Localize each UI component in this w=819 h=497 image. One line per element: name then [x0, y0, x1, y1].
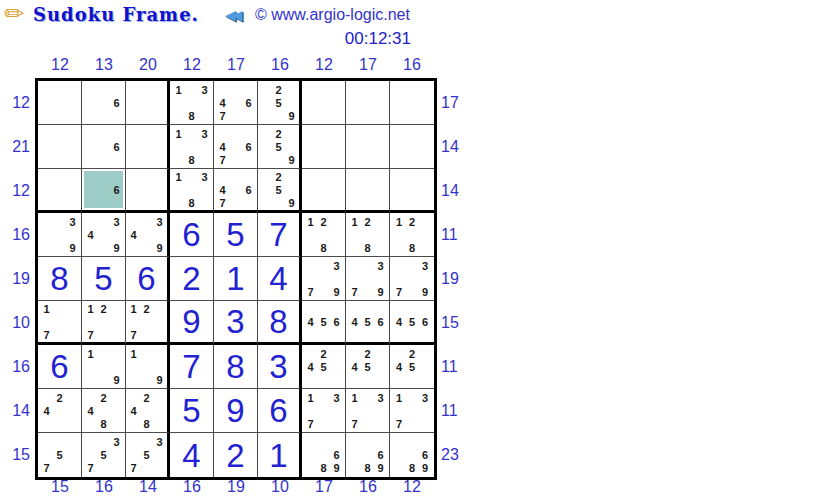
cell-r8c8[interactable]: 137: [346, 389, 390, 433]
candidate-digit: 1: [393, 391, 406, 404]
clue-left-2: 21: [4, 125, 30, 169]
candidate-grid: 138: [172, 127, 211, 166]
candidate-digit: 1: [172, 83, 185, 96]
copyright-link[interactable]: © www.argio-logic.net: [255, 6, 410, 24]
candidate-digit: 6: [242, 183, 255, 196]
candidate-digit: 4: [84, 404, 97, 417]
solved-digit: 9: [226, 394, 244, 427]
cell-r2c8[interactable]: [346, 125, 390, 169]
clue-top-7: 12: [302, 56, 346, 74]
solved-digit: 2: [226, 439, 244, 472]
solved-digit: 8: [226, 350, 244, 383]
clue-bottom-5: 19: [214, 478, 258, 496]
candidate-digit: 5: [317, 360, 330, 373]
candidate-digit: 9: [153, 241, 166, 254]
cell-r2c2[interactable]: 6: [82, 125, 126, 169]
candidate-digit: 2: [317, 215, 330, 228]
candidate-digit: 1: [304, 391, 317, 404]
app-title: Sudoku Frame.: [33, 4, 199, 25]
candidate-digit: 4: [304, 360, 317, 373]
candidate-digit: 5: [272, 183, 285, 196]
clue-right-3: 14: [441, 169, 467, 213]
candidate-digit: 1: [127, 302, 140, 315]
candidate-digit: 7: [216, 196, 229, 209]
cell-r3c5[interactable]: 467: [214, 169, 258, 213]
cell-r1c1[interactable]: [38, 81, 82, 125]
cell-r8c5[interactable]: 9: [214, 389, 258, 433]
candidate-grid: 379: [348, 259, 387, 298]
cell-r1c4[interactable]: 138: [170, 81, 214, 125]
candidate-digit: 5: [406, 315, 419, 328]
solved-digit: 4: [182, 439, 200, 472]
candidate-digit: 1: [393, 215, 406, 228]
candidate-digit: 2: [140, 391, 153, 404]
solved-digit: 4: [269, 262, 287, 295]
solved-digit: 5: [94, 262, 112, 295]
candidate-digit: 4: [348, 315, 361, 328]
pencil-icon[interactable]: ✏: [4, 0, 24, 28]
cell-r6c9[interactable]: 456: [390, 301, 434, 345]
clue-top-1: 12: [38, 56, 82, 74]
candidate-digit: 7: [216, 109, 229, 122]
candidate-grid: 39: [40, 215, 79, 254]
candidate-grid: 245: [348, 347, 387, 386]
candidate-digit: 2: [361, 347, 374, 360]
candidate-grid: 245: [393, 347, 432, 386]
cell-r8c7[interactable]: 137: [302, 389, 346, 433]
candidate-digit: 6: [330, 449, 343, 462]
candidate-grid: 137: [393, 391, 432, 430]
candidate-digit: 3: [198, 83, 211, 96]
candidate-grid: 379: [393, 259, 432, 298]
candidate-digit: 9: [419, 462, 432, 475]
cell-r8c2[interactable]: 248: [82, 389, 126, 433]
candidate-digit: 7: [84, 328, 97, 341]
candidate-digit: 3: [330, 391, 343, 404]
cell-r7c6[interactable]: 3: [258, 345, 302, 389]
candidate-digit: 2: [406, 347, 419, 360]
candidate-grid: 19: [84, 347, 123, 386]
cell-r3c6[interactable]: 259: [258, 169, 302, 213]
clue-right-6: 15: [441, 301, 467, 345]
cell-r3c9[interactable]: [390, 169, 434, 213]
candidate-digit: 9: [330, 285, 343, 298]
cell-r2c4[interactable]: 138: [170, 125, 214, 169]
candidate-digit: 7: [393, 417, 406, 430]
candidate-digit: 5: [317, 315, 330, 328]
cell-r3c3[interactable]: [126, 169, 170, 213]
candidate-grid: 259: [259, 127, 298, 166]
candidate-grid: 128: [304, 215, 343, 254]
candidate-grid: 245: [304, 347, 343, 386]
candidate-grid: 349: [84, 215, 123, 254]
candidate-digit: 1: [84, 302, 97, 315]
candidate-digit: 4: [40, 404, 53, 417]
candidate-digit: 6: [419, 315, 432, 328]
cell-r3c2[interactable]: 6: [82, 169, 126, 213]
cell-r1c5[interactable]: 467: [214, 81, 258, 125]
candidate-digit: 7: [40, 328, 53, 341]
candidate-grid: 349: [127, 215, 166, 254]
clue-bottom-3: 14: [126, 478, 170, 496]
clue-right-8: 11: [441, 389, 467, 433]
cell-r7c4[interactable]: 7: [170, 345, 214, 389]
clue-bottom-4: 16: [170, 478, 214, 496]
candidate-digit: 1: [348, 391, 361, 404]
candidate-digit: 4: [304, 315, 317, 328]
timer: 00:12:31: [255, 29, 411, 49]
candidate-digit: 5: [140, 449, 153, 462]
clue-top-3: 20: [126, 56, 170, 74]
candidate-digit: 3: [198, 170, 211, 183]
cell-r5c9[interactable]: 379: [390, 257, 434, 301]
solved-digit: 3: [226, 305, 244, 338]
candidate-digit: 5: [406, 360, 419, 373]
solved-digit: 7: [269, 218, 287, 251]
solved-digit: 2: [182, 262, 200, 295]
cell-r2c9[interactable]: [390, 125, 434, 169]
clue-right-5: 19: [441, 257, 467, 301]
board: 6138467259613846725961384672593934934965…: [35, 78, 437, 480]
clue-left-7: 16: [4, 345, 30, 389]
candidate-grid: 138: [172, 170, 211, 209]
cell-r9c7[interactable]: 689: [302, 433, 346, 477]
candidate-digit: 7: [216, 153, 229, 166]
candidate-digit: 9: [419, 285, 432, 298]
candidate-digit: 3: [198, 127, 211, 140]
cell-r1c2[interactable]: 6: [82, 81, 126, 125]
solved-digit: 1: [226, 262, 244, 295]
clue-right-9: 23: [441, 433, 467, 477]
candidate-digit: 2: [140, 302, 153, 315]
clue-left-3: 12: [4, 169, 30, 213]
clue-top-8: 17: [346, 56, 390, 74]
candidate-digit: 2: [406, 215, 419, 228]
cell-r6c6[interactable]: 8: [258, 301, 302, 345]
clue-left-9: 15: [4, 433, 30, 477]
candidate-grid: 127: [127, 302, 166, 341]
candidate-digit: 9: [285, 109, 298, 122]
cell-r2c5[interactable]: 467: [214, 125, 258, 169]
candidate-grid: 689: [304, 436, 343, 475]
candidate-grid: 467: [216, 83, 255, 122]
cell-r4c9[interactable]: 128: [390, 213, 434, 257]
clue-left-5: 19: [4, 257, 30, 301]
cell-r9c1[interactable]: 57: [38, 433, 82, 477]
solved-digit: 6: [137, 262, 155, 295]
cell-r6c5[interactable]: 3: [214, 301, 258, 345]
candidate-digit: 8: [317, 462, 330, 475]
solved-digit: 6: [182, 218, 200, 251]
candidate-digit: 8: [406, 462, 419, 475]
candidate-grid: 138: [172, 83, 211, 122]
candidate-grid: 467: [216, 127, 255, 166]
cell-r7c8[interactable]: 245: [346, 345, 390, 389]
cell-r5c4[interactable]: 2: [170, 257, 214, 301]
cell-r2c6[interactable]: 259: [258, 125, 302, 169]
cell-r4c4[interactable]: 6: [170, 213, 214, 257]
cell-r3c1[interactable]: [38, 169, 82, 213]
cell-r9c8[interactable]: 689: [346, 433, 390, 477]
solved-digit: 8: [50, 262, 68, 295]
clue-bottom-1: 15: [38, 478, 82, 496]
cell-r3c4[interactable]: 138: [170, 169, 214, 213]
cell-r1c8[interactable]: [346, 81, 390, 125]
solved-digit: 5: [182, 394, 200, 427]
candidate-digit: 7: [393, 285, 406, 298]
candidate-digit: 4: [216, 96, 229, 109]
candidate-digit: 6: [374, 315, 387, 328]
candidate-grid: 6: [84, 170, 123, 209]
clue-top-5: 17: [214, 56, 258, 74]
candidate-digit: 8: [185, 109, 198, 122]
candidate-grid: 127: [84, 302, 123, 341]
solved-digit: 8: [269, 305, 287, 338]
cell-r1c9[interactable]: [390, 81, 434, 125]
solved-digit: 1: [269, 439, 287, 472]
candidate-digit: 8: [185, 153, 198, 166]
candidate-digit: 8: [361, 462, 374, 475]
candidate-digit: 1: [84, 347, 97, 360]
candidate-grid: 689: [348, 436, 387, 475]
solved-digit: 7: [182, 350, 200, 383]
clues-left: 122112161910161415: [4, 81, 30, 477]
cell-r7c5[interactable]: 8: [214, 345, 258, 389]
cell-r4c5[interactable]: 5: [214, 213, 258, 257]
cell-r5c8[interactable]: 379: [346, 257, 390, 301]
cell-r9c6[interactable]: 1: [258, 433, 302, 477]
candidate-digit: 4: [127, 228, 140, 241]
candidate-digit: 3: [374, 259, 387, 272]
cell-r4c3[interactable]: 349: [126, 213, 170, 257]
cell-r4c6[interactable]: 7: [258, 213, 302, 257]
cell-r9c2[interactable]: 357: [82, 433, 126, 477]
candidate-digit: 9: [153, 373, 166, 386]
cell-r2c7[interactable]: [302, 125, 346, 169]
clue-top-6: 16: [258, 56, 302, 74]
candidate-digit: 2: [53, 391, 66, 404]
candidate-digit: 4: [84, 228, 97, 241]
candidate-digit: 3: [330, 259, 343, 272]
candidate-digit: 9: [110, 241, 123, 254]
cell-r6c4[interactable]: 9: [170, 301, 214, 345]
clues-top: 121320121716121716: [38, 56, 434, 74]
cell-r4c2[interactable]: 349: [82, 213, 126, 257]
cell-r6c1[interactable]: 17: [38, 301, 82, 345]
candidate-digit: 3: [66, 215, 79, 228]
candidate-digit: 3: [153, 436, 166, 449]
solved-digit: 3: [269, 350, 287, 383]
candidate-digit: 4: [127, 404, 140, 417]
cell-r9c4[interactable]: 4: [170, 433, 214, 477]
candidate-grid: 137: [348, 391, 387, 430]
clue-left-4: 16: [4, 213, 30, 257]
cell-r5c1[interactable]: 8: [38, 257, 82, 301]
candidate-digit: 2: [97, 302, 110, 315]
candidate-digit: 6: [374, 449, 387, 462]
clue-right-2: 14: [441, 125, 467, 169]
candidate-digit: 8: [361, 241, 374, 254]
candidate-digit: 7: [40, 462, 53, 475]
candidate-digit: 6: [242, 96, 255, 109]
cell-r5c6[interactable]: 4: [258, 257, 302, 301]
cell-r5c3[interactable]: 6: [126, 257, 170, 301]
candidate-digit: 4: [393, 360, 406, 373]
candidate-digit: 8: [317, 241, 330, 254]
candidate-grid: 467: [216, 170, 255, 209]
solved-digit: 6: [269, 394, 287, 427]
clues-right: 171414111915111123: [441, 81, 467, 477]
candidate-digit: 9: [374, 462, 387, 475]
cell-r8c4[interactable]: 5: [170, 389, 214, 433]
cell-r5c5[interactable]: 1: [214, 257, 258, 301]
candidate-digit: 6: [242, 140, 255, 153]
clue-left-6: 10: [4, 301, 30, 345]
clue-right-7: 11: [441, 345, 467, 389]
clue-bottom-7: 17: [302, 478, 346, 496]
candidate-digit: 3: [374, 391, 387, 404]
candidate-digit: 1: [348, 215, 361, 228]
clue-top-4: 12: [170, 56, 214, 74]
clue-right-4: 11: [441, 213, 467, 257]
cell-r8c1[interactable]: 24: [38, 389, 82, 433]
candidate-digit: 4: [348, 360, 361, 373]
candidate-grid: 6: [84, 127, 123, 166]
solved-digit: 6: [50, 350, 68, 383]
candidate-grid: 128: [393, 215, 432, 254]
cell-r8c9[interactable]: 137: [390, 389, 434, 433]
candidate-digit: 5: [97, 449, 110, 462]
candidate-digit: 8: [97, 417, 110, 430]
candidate-grid: 259: [259, 83, 298, 122]
cell-r1c7[interactable]: [302, 81, 346, 125]
candidate-grid: 57: [40, 436, 79, 475]
candidate-digit: 6: [330, 315, 343, 328]
candidate-grid: 128: [348, 215, 387, 254]
cell-r1c6[interactable]: 259: [258, 81, 302, 125]
candidate-digit: 6: [110, 96, 123, 109]
candidate-digit: 8: [185, 196, 198, 209]
candidate-grid: 259: [259, 170, 298, 209]
cell-r6c8[interactable]: 456: [346, 301, 390, 345]
cell-r3c7[interactable]: [302, 169, 346, 213]
candidate-grid: 24: [40, 391, 79, 430]
candidate-grid: 456: [304, 302, 343, 341]
cell-r3c8[interactable]: [346, 169, 390, 213]
cell-r9c9[interactable]: 689: [390, 433, 434, 477]
candidate-digit: 9: [285, 196, 298, 209]
clue-top-9: 16: [390, 56, 434, 74]
candidate-digit: 3: [153, 215, 166, 228]
cell-r7c7[interactable]: 245: [302, 345, 346, 389]
candidate-digit: 8: [406, 241, 419, 254]
candidate-digit: 1: [172, 170, 185, 183]
candidate-digit: 3: [110, 215, 123, 228]
candidate-digit: 4: [216, 183, 229, 196]
cell-r7c1[interactable]: 6: [38, 345, 82, 389]
cell-r4c8[interactable]: 128: [346, 213, 390, 257]
candidate-digit: 2: [272, 127, 285, 140]
cell-r4c7[interactable]: 128: [302, 213, 346, 257]
cell-r7c9[interactable]: 245: [390, 345, 434, 389]
cell-r8c3[interactable]: 248: [126, 389, 170, 433]
cell-r2c1[interactable]: [38, 125, 82, 169]
candidate-digit: 9: [374, 285, 387, 298]
candidate-digit: 9: [330, 462, 343, 475]
candidate-digit: 1: [127, 347, 140, 360]
candidate-digit: 7: [127, 462, 140, 475]
candidate-digit: 5: [53, 449, 66, 462]
candidate-digit: 5: [361, 360, 374, 373]
candidate-digit: 9: [110, 373, 123, 386]
candidate-digit: 4: [216, 140, 229, 153]
candidate-digit: 6: [110, 140, 123, 153]
clue-left-8: 14: [4, 389, 30, 433]
candidate-digit: 9: [66, 241, 79, 254]
rewind-icon[interactable]: ◀◀: [225, 7, 239, 23]
candidate-digit: 1: [172, 127, 185, 140]
candidate-digit: 6: [419, 449, 432, 462]
candidate-digit: 2: [361, 215, 374, 228]
candidate-digit: 9: [285, 153, 298, 166]
candidate-digit: 3: [419, 259, 432, 272]
clue-top-2: 13: [82, 56, 126, 74]
candidate-grid: 456: [348, 302, 387, 341]
candidate-digit: 8: [140, 417, 153, 430]
cell-r6c2[interactable]: 127: [82, 301, 126, 345]
cell-r8c6[interactable]: 6: [258, 389, 302, 433]
candidate-grid: 689: [393, 436, 432, 475]
clue-bottom-8: 16: [346, 478, 390, 496]
candidate-digit: 2: [97, 391, 110, 404]
candidate-grid: 248: [84, 391, 123, 430]
candidate-digit: 1: [40, 302, 53, 315]
cell-r9c3[interactable]: 357: [126, 433, 170, 477]
candidate-grid: 17: [40, 302, 79, 341]
candidate-digit: 2: [272, 170, 285, 183]
candidate-digit: 7: [348, 417, 361, 430]
cell-r9c5[interactable]: 2: [214, 433, 258, 477]
candidate-digit: 2: [317, 347, 330, 360]
candidate-grid: 456: [393, 302, 432, 341]
candidate-digit: 5: [272, 96, 285, 109]
cell-r5c2[interactable]: 5: [82, 257, 126, 301]
candidate-digit: 7: [127, 328, 140, 341]
cell-r1c3[interactable]: [126, 81, 170, 125]
clue-left-1: 12: [4, 81, 30, 125]
cell-r4c1[interactable]: 39: [38, 213, 82, 257]
solved-digit: 9: [182, 305, 200, 338]
clue-bottom-2: 16: [82, 478, 126, 496]
cell-r7c3[interactable]: 19: [126, 345, 170, 389]
candidate-digit: 5: [272, 140, 285, 153]
candidate-digit: 7: [304, 285, 317, 298]
candidate-digit: 7: [348, 285, 361, 298]
candidate-digit: 7: [304, 417, 317, 430]
cell-r5c7[interactable]: 379: [302, 257, 346, 301]
candidate-digit: 3: [110, 436, 123, 449]
cell-r6c7[interactable]: 456: [302, 301, 346, 345]
candidate-digit: 6: [110, 183, 123, 196]
clue-bottom-6: 10: [258, 478, 302, 496]
cell-r6c3[interactable]: 127: [126, 301, 170, 345]
candidate-grid: 379: [304, 259, 343, 298]
solved-digit: 5: [226, 218, 244, 251]
candidate-digit: 5: [361, 315, 374, 328]
cell-r2c3[interactable]: [126, 125, 170, 169]
cell-r7c2[interactable]: 19: [82, 345, 126, 389]
candidate-digit: 3: [419, 391, 432, 404]
